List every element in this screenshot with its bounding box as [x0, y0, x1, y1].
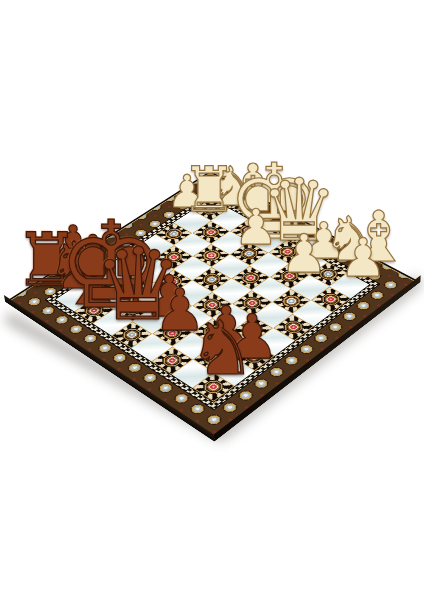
board-square: [152, 320, 192, 347]
board-square: [151, 346, 192, 374]
board-square: [212, 304, 252, 330]
board-square: [192, 318, 232, 345]
board-square: [272, 288, 312, 314]
board-square: [172, 359, 214, 388]
board-square: [273, 314, 314, 341]
board-square: [113, 296, 152, 322]
board-square: [133, 308, 173, 334]
board-square: [232, 290, 272, 316]
board-square: [192, 292, 232, 318]
board-square: [213, 357, 255, 386]
board-frame: [5, 171, 420, 442]
board-square: [93, 309, 133, 335]
board-square: [192, 373, 234, 402]
board-square: [192, 345, 233, 373]
chess-board: [5, 171, 420, 442]
board-square: [292, 300, 332, 326]
board-square: [252, 302, 292, 328]
board-square: [172, 332, 213, 359]
board-square: [112, 322, 152, 349]
board-square: [254, 328, 295, 355]
board-square: [153, 294, 193, 320]
board-square: [234, 343, 275, 371]
board-square: [311, 286, 351, 312]
board-square: [74, 298, 113, 324]
border-checker-strip: [44, 192, 380, 410]
board-square: [131, 334, 172, 361]
board-square: [213, 330, 254, 357]
board-grid: [54, 198, 370, 403]
board-square: [172, 306, 212, 332]
photo-tilt-wrapper: [0, 0, 424, 600]
product-photo: ♞♟♝♜♚♛♟♟♞♝♟♟♟♟♜♞♝♚♟♛♟♟♟♞: [0, 0, 424, 600]
board-square: [233, 316, 273, 343]
